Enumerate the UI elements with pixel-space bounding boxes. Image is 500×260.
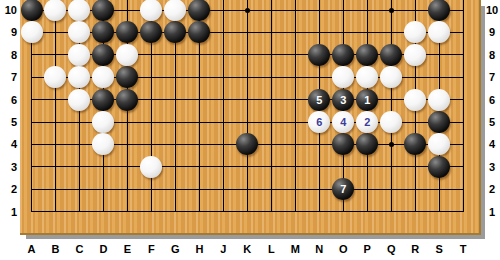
- row-label-left-9: 9: [1, 26, 17, 38]
- row-label-left-2: 2: [1, 183, 17, 195]
- stone-D6[interactable]: [92, 89, 114, 111]
- row-label-right-4: 4: [484, 138, 500, 150]
- column-label-H: H: [189, 243, 209, 255]
- stone-N8[interactable]: [308, 44, 330, 66]
- stone-O6-move-3[interactable]: 3: [332, 89, 354, 111]
- row-label-left-10: 10: [1, 4, 17, 16]
- grid-line-horizontal: [31, 211, 464, 212]
- column-label-F: F: [141, 243, 161, 255]
- stone-E6[interactable]: [116, 89, 138, 111]
- column-label-M: M: [285, 243, 305, 255]
- stone-A9[interactable]: [21, 21, 43, 43]
- stone-P6-move-1[interactable]: 1: [356, 89, 378, 111]
- column-label-T: T: [453, 243, 473, 255]
- column-label-D: D: [93, 243, 113, 255]
- row-label-right-1: 1: [484, 206, 500, 218]
- column-label-K: K: [237, 243, 257, 255]
- row-label-left-3: 3: [1, 161, 17, 173]
- row-label-right-6: 6: [484, 94, 500, 106]
- stone-R8[interactable]: [404, 44, 426, 66]
- column-label-R: R: [405, 243, 425, 255]
- column-label-C: C: [69, 243, 89, 255]
- column-label-B: B: [45, 243, 65, 255]
- row-label-left-8: 8: [1, 49, 17, 61]
- column-label-N: N: [309, 243, 329, 255]
- stone-P8[interactable]: [356, 44, 378, 66]
- stone-O8[interactable]: [332, 44, 354, 66]
- stone-S5[interactable]: [428, 111, 450, 133]
- star-point: [389, 8, 394, 13]
- column-label-Q: Q: [381, 243, 401, 255]
- row-label-left-5: 5: [1, 116, 17, 128]
- grid-line-horizontal: [31, 189, 464, 190]
- column-label-J: J: [213, 243, 233, 255]
- row-label-right-7: 7: [484, 71, 500, 83]
- column-label-A: A: [22, 243, 42, 255]
- column-label-O: O: [333, 243, 353, 255]
- star-point: [389, 142, 394, 147]
- stone-S6[interactable]: [428, 89, 450, 111]
- row-label-right-5: 5: [484, 116, 500, 128]
- row-label-left-1: 1: [1, 206, 17, 218]
- row-label-left-7: 7: [1, 71, 17, 83]
- column-label-L: L: [261, 243, 281, 255]
- stone-R6[interactable]: [404, 89, 426, 111]
- stone-N6-move-5[interactable]: 5: [308, 89, 330, 111]
- stone-S3[interactable]: [428, 156, 450, 178]
- row-label-left-4: 4: [1, 138, 17, 150]
- row-label-right-8: 8: [484, 49, 500, 61]
- row-label-right-2: 2: [484, 183, 500, 195]
- row-label-right-10: 10: [484, 4, 500, 16]
- go-board-screenshot: 5317642 10987654321 10987654321 ABCDEFGH…: [0, 0, 500, 260]
- row-label-right-9: 9: [484, 26, 500, 38]
- star-point: [245, 8, 250, 13]
- stone-A10[interactable]: [21, 0, 43, 21]
- stone-Q8[interactable]: [380, 44, 402, 66]
- stone-C6[interactable]: [68, 89, 90, 111]
- column-label-P: P: [357, 243, 377, 255]
- row-label-right-3: 3: [484, 161, 500, 173]
- column-label-E: E: [117, 243, 137, 255]
- column-label-G: G: [165, 243, 185, 255]
- column-label-S: S: [429, 243, 449, 255]
- row-label-left-6: 6: [1, 94, 17, 106]
- grid-line-horizontal: [31, 166, 464, 167]
